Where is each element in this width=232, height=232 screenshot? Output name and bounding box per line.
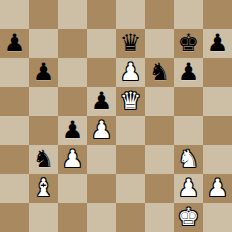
square-c2[interactable]	[58, 174, 87, 203]
black-pawn: ♟	[33, 58, 55, 87]
square-h2[interactable]: ♟	[203, 174, 232, 203]
square-g4[interactable]	[174, 116, 203, 145]
square-f4[interactable]	[145, 116, 174, 145]
white-pawn: ♟	[91, 116, 113, 145]
square-g8[interactable]	[174, 0, 203, 29]
square-b5[interactable]	[29, 87, 58, 116]
square-e5[interactable]: ♛	[116, 87, 145, 116]
black-pawn: ♟	[4, 29, 26, 58]
square-e3[interactable]	[116, 145, 145, 174]
square-b6[interactable]: ♟	[29, 58, 58, 87]
square-b2[interactable]: ♝	[29, 174, 58, 203]
square-d7[interactable]	[87, 29, 116, 58]
black-pawn: ♟	[207, 29, 229, 58]
white-knight: ♞	[178, 145, 200, 174]
square-f7[interactable]	[145, 29, 174, 58]
square-a5[interactable]	[0, 87, 29, 116]
white-king: ♚	[178, 203, 200, 232]
square-c1[interactable]	[58, 203, 87, 232]
black-pawn: ♟	[178, 58, 200, 87]
square-g2[interactable]: ♟	[174, 174, 203, 203]
square-a4[interactable]	[0, 116, 29, 145]
square-d2[interactable]	[87, 174, 116, 203]
square-h5[interactable]	[203, 87, 232, 116]
square-e2[interactable]	[116, 174, 145, 203]
square-b8[interactable]	[29, 0, 58, 29]
square-c7[interactable]	[58, 29, 87, 58]
square-c3[interactable]: ♟	[58, 145, 87, 174]
white-pawn: ♟	[120, 58, 142, 87]
square-e1[interactable]	[116, 203, 145, 232]
square-d5[interactable]: ♟	[87, 87, 116, 116]
white-queen: ♛	[120, 87, 142, 116]
chess-board: ♟♛♚♟♟♟♞♟♟♛♟♟♞♟♞♝♟♟♚	[0, 0, 232, 232]
square-a6[interactable]	[0, 58, 29, 87]
square-g7[interactable]: ♚	[174, 29, 203, 58]
square-g5[interactable]	[174, 87, 203, 116]
square-a1[interactable]	[0, 203, 29, 232]
square-d1[interactable]	[87, 203, 116, 232]
square-e4[interactable]	[116, 116, 145, 145]
square-f8[interactable]	[145, 0, 174, 29]
square-b4[interactable]	[29, 116, 58, 145]
square-h1[interactable]	[203, 203, 232, 232]
square-d4[interactable]: ♟	[87, 116, 116, 145]
black-pawn: ♟	[62, 116, 84, 145]
square-c6[interactable]	[58, 58, 87, 87]
square-f5[interactable]	[145, 87, 174, 116]
square-b7[interactable]	[29, 29, 58, 58]
square-c5[interactable]	[58, 87, 87, 116]
square-a7[interactable]: ♟	[0, 29, 29, 58]
black-pawn: ♟	[91, 87, 113, 116]
square-b3[interactable]: ♞	[29, 145, 58, 174]
square-g1[interactable]: ♚	[174, 203, 203, 232]
square-d8[interactable]	[87, 0, 116, 29]
square-h4[interactable]	[203, 116, 232, 145]
black-knight: ♞	[149, 58, 171, 87]
square-a8[interactable]	[0, 0, 29, 29]
white-pawn: ♟	[207, 174, 229, 203]
square-f2[interactable]	[145, 174, 174, 203]
white-bishop: ♝	[33, 174, 55, 203]
black-knight: ♞	[33, 145, 55, 174]
square-e6[interactable]: ♟	[116, 58, 145, 87]
black-king: ♚	[178, 29, 200, 58]
square-a2[interactable]	[0, 174, 29, 203]
white-pawn: ♟	[62, 145, 84, 174]
square-h8[interactable]	[203, 0, 232, 29]
square-g3[interactable]: ♞	[174, 145, 203, 174]
square-g6[interactable]: ♟	[174, 58, 203, 87]
square-h3[interactable]	[203, 145, 232, 174]
square-h6[interactable]	[203, 58, 232, 87]
square-a3[interactable]	[0, 145, 29, 174]
square-f6[interactable]: ♞	[145, 58, 174, 87]
square-f3[interactable]	[145, 145, 174, 174]
square-d6[interactable]	[87, 58, 116, 87]
square-b1[interactable]	[29, 203, 58, 232]
square-e8[interactable]	[116, 0, 145, 29]
square-c4[interactable]: ♟	[58, 116, 87, 145]
black-queen: ♛	[120, 29, 142, 58]
square-h7[interactable]: ♟	[203, 29, 232, 58]
square-d3[interactable]	[87, 145, 116, 174]
square-c8[interactable]	[58, 0, 87, 29]
square-f1[interactable]	[145, 203, 174, 232]
square-e7[interactable]: ♛	[116, 29, 145, 58]
white-pawn: ♟	[178, 174, 200, 203]
